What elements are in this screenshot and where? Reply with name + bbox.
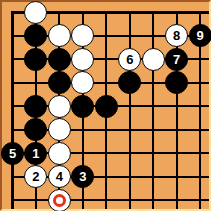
move-number: 8 (173, 29, 180, 42)
stone-white (71, 71, 94, 94)
stone-black (118, 71, 141, 94)
stone-white (24, 1, 47, 24)
move-number: 6 (126, 53, 133, 66)
stone-black (48, 48, 71, 71)
move-number: 7 (173, 53, 180, 66)
move-number: 4 (56, 170, 63, 183)
move-number: 1 (32, 147, 39, 160)
red-circle-marker (53, 194, 66, 207)
stone-black (24, 118, 47, 141)
grid-line-vertical (129, 11, 131, 209)
stone-black-move-7: 7 (165, 48, 188, 71)
stone-black-move-1: 1 (24, 142, 47, 165)
stone-white (71, 24, 94, 47)
stone-white-move-4: 4 (48, 165, 71, 188)
grid-line-vertical (11, 11, 14, 209)
stone-black (24, 48, 47, 71)
stone-black-move-9: 9 (189, 24, 211, 47)
grid-line-vertical (152, 11, 154, 209)
stone-white (48, 118, 71, 141)
grid-line-horizontal (11, 199, 209, 201)
move-number: 3 (79, 170, 86, 183)
stone-black (165, 71, 188, 94)
stone-black (95, 95, 118, 118)
stone-white (48, 142, 71, 165)
stone-white (48, 189, 71, 211)
stone-black-move-3: 3 (71, 165, 94, 188)
stone-black (48, 71, 71, 94)
stone-black-move-5: 5 (1, 142, 24, 165)
stone-white (71, 48, 94, 71)
stone-black (71, 95, 94, 118)
move-number: 9 (196, 29, 203, 42)
stone-white (142, 48, 165, 71)
stone-black (24, 24, 47, 47)
stone-black (24, 95, 47, 118)
stone-white (48, 95, 71, 118)
go-board[interactable]: 896751243 (2, 2, 209, 209)
move-number: 2 (32, 170, 39, 183)
go-board-frame: 896751243 (0, 0, 211, 211)
stone-white-move-2: 2 (24, 165, 47, 188)
stone-white-move-6: 6 (118, 48, 141, 71)
stone-white-move-8: 8 (165, 24, 188, 47)
stone-white (48, 24, 71, 47)
move-number: 5 (9, 147, 16, 160)
